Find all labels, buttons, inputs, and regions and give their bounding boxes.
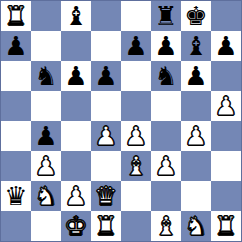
square-h5[interactable]: ♟ [211, 91, 241, 121]
white-queen: ♛ [94, 181, 117, 211]
square-e3[interactable]: ♝ [121, 151, 151, 181]
square-d3[interactable] [91, 151, 121, 181]
square-g8[interactable]: ♚ [181, 1, 211, 31]
square-b7[interactable] [31, 31, 61, 61]
black-bishop: ♝ [184, 31, 207, 61]
black-pawn: ♟ [154, 31, 177, 61]
square-h4[interactable] [211, 121, 241, 151]
square-a3[interactable] [1, 151, 31, 181]
square-b3[interactable]: ♟ [31, 151, 61, 181]
black-pawn: ♟ [214, 31, 237, 61]
square-d7[interactable] [91, 31, 121, 61]
square-e1[interactable] [121, 211, 151, 241]
square-d8[interactable] [91, 1, 121, 31]
square-e6[interactable] [121, 61, 151, 91]
chess-board: ♜♝♜♚♟♟♟♝♟♞♟♟♞♟♟♟♟♟♟♟♝♟♛♞♟♛♚♜♝♞♜ [0, 0, 242, 242]
square-c2[interactable]: ♟ [61, 181, 91, 211]
black-pawn: ♟ [4, 31, 27, 61]
square-h1[interactable]: ♜ [211, 211, 241, 241]
black-pawn: ♟ [94, 61, 117, 91]
square-b1[interactable] [31, 211, 61, 241]
white-pawn: ♟ [64, 181, 87, 211]
square-e8[interactable] [121, 1, 151, 31]
square-f3[interactable]: ♟ [151, 151, 181, 181]
square-g4[interactable]: ♟ [181, 121, 211, 151]
square-c6[interactable]: ♟ [61, 61, 91, 91]
square-g5[interactable] [181, 91, 211, 121]
square-c8[interactable]: ♝ [61, 1, 91, 31]
black-pawn: ♟ [124, 31, 147, 61]
white-pawn: ♟ [94, 121, 117, 151]
square-e2[interactable] [121, 181, 151, 211]
square-d4[interactable]: ♟ [91, 121, 121, 151]
square-h7[interactable]: ♟ [211, 31, 241, 61]
square-a1[interactable] [1, 211, 31, 241]
square-a4[interactable] [1, 121, 31, 151]
square-b5[interactable] [31, 91, 61, 121]
square-c5[interactable] [61, 91, 91, 121]
square-g7[interactable]: ♝ [181, 31, 211, 61]
white-rook: ♜ [94, 211, 117, 241]
square-b8[interactable] [31, 1, 61, 31]
square-c4[interactable] [61, 121, 91, 151]
black-rook: ♜ [154, 1, 177, 31]
square-a5[interactable] [1, 91, 31, 121]
square-f1[interactable]: ♝ [151, 211, 181, 241]
black-queen: ♛ [4, 181, 27, 211]
white-king: ♚ [64, 211, 87, 241]
square-h6[interactable] [211, 61, 241, 91]
square-d2[interactable]: ♛ [91, 181, 121, 211]
black-king: ♚ [184, 1, 207, 31]
black-bishop: ♝ [64, 1, 87, 31]
square-e4[interactable]: ♟ [121, 121, 151, 151]
white-knight: ♞ [34, 181, 57, 211]
white-pawn: ♟ [184, 121, 207, 151]
square-a6[interactable] [1, 61, 31, 91]
square-d1[interactable]: ♜ [91, 211, 121, 241]
square-g3[interactable] [181, 151, 211, 181]
square-f2[interactable] [151, 181, 181, 211]
square-h3[interactable] [211, 151, 241, 181]
black-pawn: ♟ [184, 61, 207, 91]
square-a2[interactable]: ♛ [1, 181, 31, 211]
square-b4[interactable]: ♟ [31, 121, 61, 151]
black-pawn: ♟ [34, 121, 57, 151]
white-bishop: ♝ [154, 211, 177, 241]
square-c7[interactable] [61, 31, 91, 61]
square-e7[interactable]: ♟ [121, 31, 151, 61]
square-h8[interactable] [211, 1, 241, 31]
square-f7[interactable]: ♟ [151, 31, 181, 61]
white-rook: ♜ [214, 211, 237, 241]
white-pawn: ♟ [124, 121, 147, 151]
black-pawn: ♟ [64, 61, 87, 91]
square-e5[interactable] [121, 91, 151, 121]
white-pawn: ♟ [154, 151, 177, 181]
square-b2[interactable]: ♞ [31, 181, 61, 211]
square-a7[interactable]: ♟ [1, 31, 31, 61]
black-knight: ♞ [154, 61, 177, 91]
black-knight: ♞ [34, 61, 57, 91]
square-h2[interactable] [211, 181, 241, 211]
square-g1[interactable]: ♞ [181, 211, 211, 241]
square-d6[interactable]: ♟ [91, 61, 121, 91]
white-pawn: ♟ [34, 151, 57, 181]
white-knight: ♞ [184, 211, 207, 241]
white-bishop: ♝ [124, 151, 147, 181]
square-f5[interactable] [151, 91, 181, 121]
square-f4[interactable] [151, 121, 181, 151]
square-f6[interactable]: ♞ [151, 61, 181, 91]
white-rook: ♜ [4, 1, 27, 31]
square-c1[interactable]: ♚ [61, 211, 91, 241]
square-a8[interactable]: ♜ [1, 1, 31, 31]
white-pawn: ♟ [214, 91, 237, 121]
square-f8[interactable]: ♜ [151, 1, 181, 31]
square-d5[interactable] [91, 91, 121, 121]
square-c3[interactable] [61, 151, 91, 181]
square-g2[interactable] [181, 181, 211, 211]
square-g6[interactable]: ♟ [181, 61, 211, 91]
square-b6[interactable]: ♞ [31, 61, 61, 91]
